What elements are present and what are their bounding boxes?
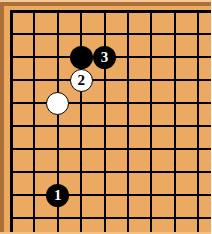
white-stone[interactable] <box>46 92 69 115</box>
board-edge-line-horizontal <box>10 10 212 13</box>
grid-line-vertical <box>80 10 82 233</box>
grid-line-vertical <box>104 10 106 233</box>
board-edge-top-shadow <box>0 2 211 6</box>
black-stone-move-3[interactable]: 3 <box>93 46 116 69</box>
move-number: 3 <box>101 49 109 64</box>
board-edge-bottom-highlight <box>0 232 211 234</box>
go-corner-diagram: 321 <box>0 0 211 234</box>
black-stone[interactable] <box>70 46 93 69</box>
grid-line-horizontal <box>10 79 212 81</box>
move-number: 2 <box>77 72 85 87</box>
grid-line-vertical <box>150 10 152 233</box>
board-edge-line-vertical <box>10 10 13 233</box>
grid-line-horizontal <box>10 217 212 219</box>
grid-line-horizontal <box>10 171 212 173</box>
grid-line-horizontal <box>10 33 212 35</box>
grid-line-horizontal <box>10 125 212 127</box>
grid-line-vertical <box>197 10 199 233</box>
black-stone-move-1[interactable]: 1 <box>46 184 69 207</box>
grid-line-horizontal <box>10 194 212 196</box>
grid-line-vertical <box>33 10 35 233</box>
white-stone-move-2[interactable]: 2 <box>70 69 93 92</box>
grid-line-horizontal <box>10 148 212 150</box>
move-number: 1 <box>54 187 62 202</box>
grid-line-vertical <box>127 10 129 233</box>
grid-line-horizontal <box>10 102 212 104</box>
board-edge-left-shadow <box>0 2 4 234</box>
grid-line-vertical <box>174 10 176 233</box>
